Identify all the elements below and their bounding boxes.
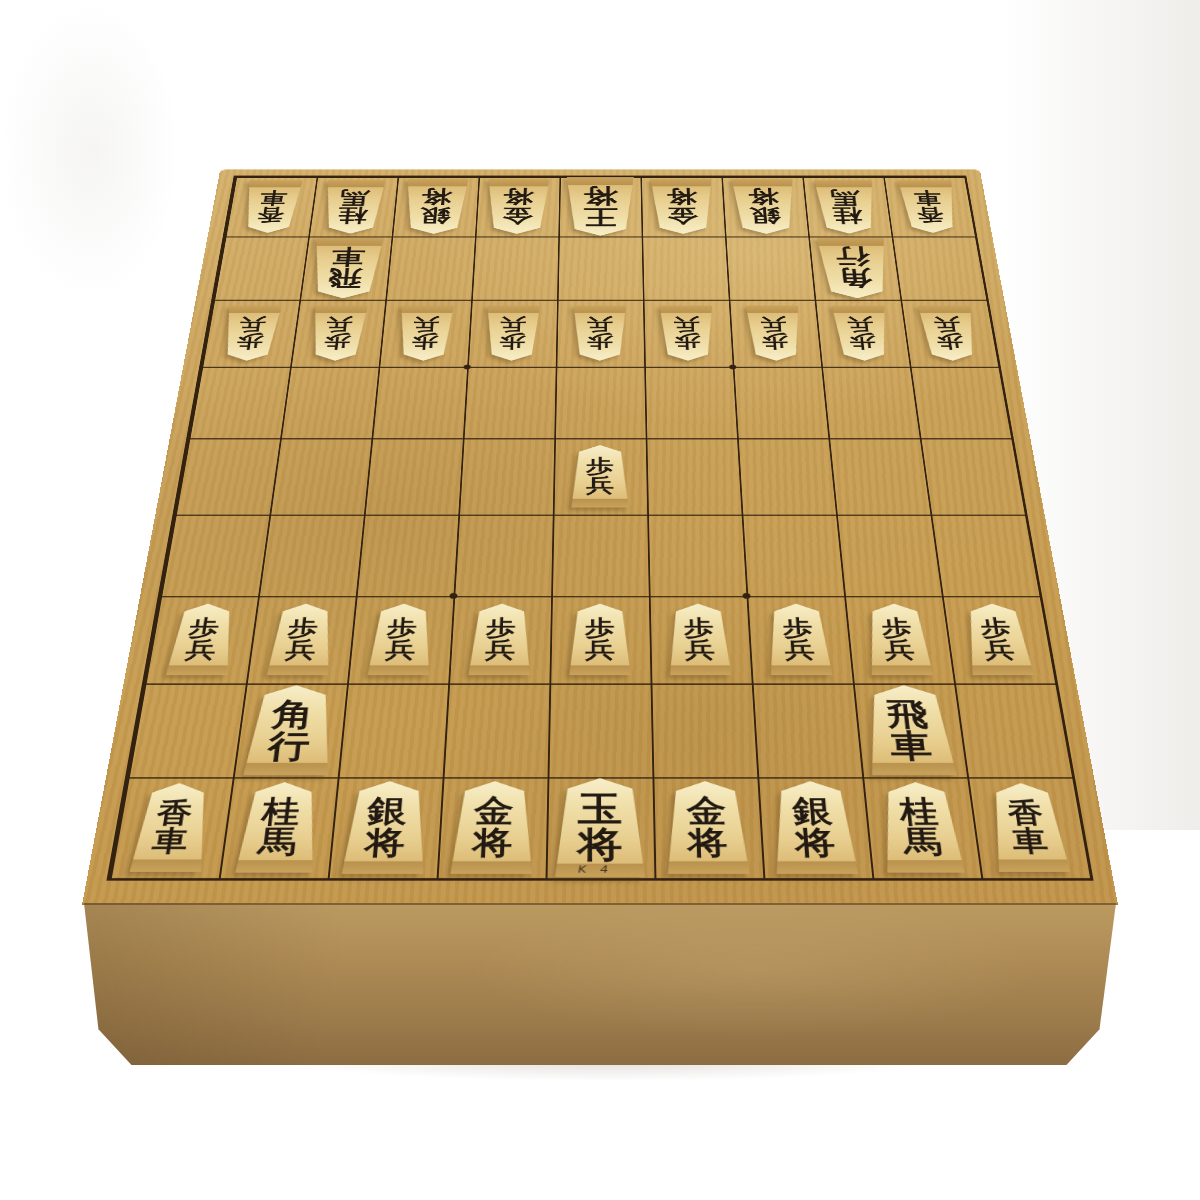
piece-kanji: 王将	[563, 177, 636, 235]
piece-sente-bishop[interactable]: 角行	[240, 685, 339, 775]
cell-5d[interactable]	[554, 367, 645, 438]
piece-sente-pawn[interactable]: 歩兵	[764, 604, 834, 676]
cell-6e[interactable]	[458, 438, 554, 514]
board-scene: 香車桂馬銀将金将王将金将銀将桂馬香車飛車角行歩兵歩兵歩兵歩兵歩兵歩兵歩兵歩兵歩兵…	[82, 169, 1118, 905]
cell-5e[interactable]: 歩兵	[553, 438, 647, 514]
cell-4e[interactable]	[646, 438, 742, 514]
cell-7a[interactable]: 銀将	[392, 177, 479, 237]
cell-2f[interactable]	[836, 515, 942, 597]
piece-gote-rook[interactable]: 飛車	[306, 238, 386, 299]
piece-sente-pawn[interactable]: 歩兵	[366, 604, 436, 676]
cell-9g[interactable]: 歩兵	[145, 596, 258, 683]
cell-9f[interactable]	[160, 515, 269, 597]
board-front-face	[84, 903, 1116, 1065]
cell-2c[interactable]: 歩兵	[815, 300, 910, 367]
cell-2e[interactable]	[828, 438, 930, 514]
cell-8g[interactable]: 歩兵	[246, 596, 356, 683]
piece-kanji: 歩兵	[862, 604, 935, 676]
cell-9i[interactable]: 香車	[110, 777, 233, 878]
cell-3c[interactable]: 歩兵	[729, 300, 822, 367]
piece-kanji: 歩兵	[960, 604, 1036, 676]
piece-kanji: 金将	[663, 781, 752, 874]
cell-2i[interactable]: 桂馬	[862, 777, 981, 878]
cell-6h[interactable]	[443, 683, 550, 777]
cell-9b[interactable]	[214, 236, 309, 299]
piece-sente-pawn[interactable]: 歩兵	[567, 604, 633, 676]
piece-kanji: 香車	[238, 180, 304, 232]
cell-3a[interactable]: 銀将	[721, 177, 808, 237]
cell-3b[interactable]	[725, 236, 815, 299]
cell-4f[interactable]	[647, 515, 746, 597]
piece-sente-king[interactable]: 玉将K4	[552, 778, 648, 877]
cell-6g[interactable]: 歩兵	[448, 596, 551, 683]
cell-4d[interactable]	[644, 367, 737, 438]
piece-kanji: 歩兵	[306, 306, 369, 361]
cell-7i[interactable]: 銀将	[328, 777, 443, 878]
piece-kanji: 金将	[649, 179, 717, 234]
piece-gote-pawn[interactable]: 歩兵	[306, 306, 369, 361]
shogi-board: 香車桂馬銀将金将王将金将銀将桂馬香車飛車角行歩兵歩兵歩兵歩兵歩兵歩兵歩兵歩兵歩兵…	[82, 169, 1118, 905]
piece-gote-gold[interactable]: 金将	[649, 179, 717, 234]
cell-2d[interactable]	[821, 367, 920, 438]
cell-6d[interactable]	[463, 367, 556, 438]
cell-8b[interactable]: 飛車	[300, 236, 392, 299]
piece-gote-pawn[interactable]: 歩兵	[218, 306, 283, 361]
cell-3f[interactable]	[742, 515, 845, 597]
piece-gote-knight[interactable]: 桂馬	[319, 180, 388, 234]
piece-kanji: 歩兵	[164, 604, 240, 676]
cell-7f[interactable]	[356, 515, 459, 597]
piece-kanji: 角行	[240, 685, 339, 775]
cell-7b[interactable]	[385, 236, 475, 299]
cell-8h[interactable]: 角行	[233, 683, 347, 777]
cell-1f[interactable]	[930, 515, 1039, 597]
piece-sente-pawn[interactable]: 歩兵	[666, 604, 733, 676]
piece-sente-silver[interactable]: 銀将	[339, 781, 432, 874]
piece-sente-knight[interactable]: 桂馬	[875, 782, 967, 873]
piece-sente-pawn[interactable]: 歩兵	[164, 604, 240, 676]
cell-2b[interactable]: 角行	[808, 236, 900, 299]
piece-kanji: 香車	[984, 783, 1073, 872]
piece-kanji: 歩兵	[666, 604, 733, 676]
piece-kanji: 歩兵	[483, 306, 542, 361]
piece-gote-pawn[interactable]: 歩兵	[658, 306, 717, 361]
cell-9c[interactable]: 歩兵	[202, 300, 300, 367]
cell-7e[interactable]	[364, 438, 463, 514]
cell-6b[interactable]	[471, 236, 558, 299]
cell-1e[interactable]	[920, 438, 1025, 514]
cell-1d[interactable]	[910, 367, 1011, 438]
cell-9h[interactable]	[128, 683, 246, 777]
piece-kanji: 歩兵	[366, 604, 436, 676]
piece-kanji: 銀将	[730, 179, 800, 234]
piece-sente-gold[interactable]: 金将	[448, 781, 537, 874]
cell-7d[interactable]	[372, 367, 468, 438]
cell-8f[interactable]	[258, 515, 364, 597]
cell-7g[interactable]: 歩兵	[347, 596, 453, 683]
piece-kanji: 歩兵	[830, 306, 893, 361]
piece-kanji: 桂馬	[233, 782, 325, 873]
cell-6i[interactable]: 金将	[437, 777, 548, 878]
piece-kanji: 金将	[483, 179, 551, 234]
shogi-board-grid: 香車桂馬銀将金将王将金将銀将桂馬香車飛車角行歩兵歩兵歩兵歩兵歩兵歩兵歩兵歩兵歩兵…	[106, 176, 1093, 881]
cell-8e[interactable]	[270, 438, 372, 514]
star-point	[742, 593, 750, 599]
piece-kanji: 歩兵	[218, 306, 283, 361]
cell-4c[interactable]: 歩兵	[643, 300, 733, 367]
piece-gote-silver[interactable]: 銀将	[400, 179, 470, 234]
piece-gote-king[interactable]: 王将	[563, 177, 636, 235]
cell-4b[interactable]	[642, 236, 729, 299]
piece-gote-pawn[interactable]: 歩兵	[916, 306, 981, 361]
cell-1h[interactable]	[954, 683, 1072, 777]
piece-kanji: 歩兵	[658, 306, 717, 361]
piece-kanji: 歩兵	[265, 604, 338, 676]
piece-sente-pawn[interactable]: 歩兵	[960, 604, 1036, 676]
cell-1a[interactable]: 香車	[883, 177, 975, 237]
piece-gote-pawn[interactable]: 歩兵	[830, 306, 893, 361]
piece-sente-knight[interactable]: 桂馬	[233, 782, 325, 873]
piece-kanji: 桂馬	[875, 782, 967, 873]
cell-4h[interactable]	[651, 683, 758, 777]
piece-kanji: 歩兵	[744, 306, 805, 361]
piece-kanji: 歩兵	[395, 306, 456, 361]
cell-1i[interactable]: 香車	[967, 777, 1090, 878]
piece-sente-gold[interactable]: 金将	[663, 781, 752, 874]
cell-7c[interactable]: 歩兵	[379, 300, 472, 367]
piece-kanji: 飛車	[306, 238, 386, 299]
cell-3e[interactable]	[737, 438, 836, 514]
cell-3d[interactable]	[733, 367, 829, 438]
piece-gote-knight[interactable]: 桂馬	[812, 180, 881, 234]
piece-sente-lance[interactable]: 香車	[984, 783, 1073, 872]
cell-7h[interactable]	[338, 683, 449, 777]
cell-4a[interactable]: 金将	[640, 177, 725, 237]
piece-kanji: 銀将	[339, 781, 432, 874]
cell-8a[interactable]: 桂馬	[308, 177, 397, 237]
cell-5f[interactable]	[551, 515, 649, 597]
cell-9d[interactable]	[189, 367, 290, 438]
cell-1c[interactable]: 歩兵	[900, 300, 998, 367]
piece-sente-silver[interactable]: 銀将	[768, 781, 861, 874]
star-point	[729, 364, 737, 369]
piece-kanji: 歩兵	[466, 604, 533, 676]
piece-gote-pawn[interactable]: 歩兵	[395, 306, 456, 361]
king-front-mark: K4	[577, 863, 623, 875]
cell-2g[interactable]: 歩兵	[844, 596, 954, 683]
cell-2a[interactable]: 桂馬	[802, 177, 891, 237]
cell-5h[interactable]	[548, 683, 653, 777]
piece-kanji: 香車	[127, 783, 216, 872]
cell-5b[interactable]	[557, 236, 643, 299]
piece-sente-pawn[interactable]: 歩兵	[466, 604, 533, 676]
cell-9a[interactable]: 香車	[225, 177, 317, 237]
cell-5g[interactable]: 歩兵	[549, 596, 650, 683]
piece-gote-pawn[interactable]: 歩兵	[744, 306, 805, 361]
cell-3g[interactable]: 歩兵	[747, 596, 853, 683]
photo-backdrop: 香車桂馬銀将金将王将金将銀将桂馬香車飛車角行歩兵歩兵歩兵歩兵歩兵歩兵歩兵歩兵歩兵…	[0, 0, 1200, 1200]
cell-6a[interactable]: 金将	[475, 177, 560, 237]
piece-gote-silver[interactable]: 銀将	[730, 179, 800, 234]
piece-gote-gold[interactable]: 金将	[483, 179, 551, 234]
piece-kanji: 歩兵	[916, 306, 981, 361]
cell-4g[interactable]: 歩兵	[649, 596, 752, 683]
cell-8c[interactable]: 歩兵	[290, 300, 385, 367]
piece-kanji: 歩兵	[567, 604, 633, 676]
piece-kanji: 香車	[896, 180, 962, 232]
cell-1g[interactable]: 歩兵	[942, 596, 1055, 683]
cell-9e[interactable]	[175, 438, 280, 514]
piece-gote-lance[interactable]: 香車	[896, 180, 962, 232]
piece-sente-pawn[interactable]: 歩兵	[265, 604, 338, 676]
piece-kanji: 歩兵	[569, 445, 630, 508]
cell-3h[interactable]	[752, 683, 863, 777]
cell-5i[interactable]: 玉将K4	[546, 777, 655, 878]
cell-5c[interactable]: 歩兵	[556, 300, 645, 367]
piece-sente-pawn[interactable]: 歩兵	[862, 604, 935, 676]
cell-5a[interactable]: 王将	[558, 177, 641, 237]
cell-6f[interactable]	[453, 515, 552, 597]
piece-kanji: 歩兵	[764, 604, 834, 676]
piece-kanji: 桂馬	[319, 180, 388, 234]
piece-kanji: 角行	[814, 238, 894, 299]
piece-kanji: 歩兵	[571, 306, 628, 361]
cell-1b[interactable]	[892, 236, 987, 299]
cell-2h[interactable]: 飛車	[853, 683, 967, 777]
cell-6c[interactable]: 歩兵	[467, 300, 557, 367]
piece-kanji: 金将	[448, 781, 537, 874]
piece-kanji: 銀将	[768, 781, 861, 874]
piece-sente-lance[interactable]: 香車	[127, 783, 216, 872]
piece-sente-rook[interactable]: 飛車	[860, 685, 959, 775]
cell-8d[interactable]	[280, 367, 379, 438]
piece-kanji: 飛車	[860, 685, 959, 775]
piece-kanji: 桂馬	[812, 180, 881, 234]
piece-gote-pawn[interactable]: 歩兵	[571, 306, 628, 361]
piece-kanji: 玉将K4	[552, 778, 648, 877]
piece-gote-pawn[interactable]: 歩兵	[483, 306, 542, 361]
piece-gote-lance[interactable]: 香車	[238, 180, 304, 232]
piece-gote-bishop[interactable]: 角行	[814, 238, 894, 299]
cell-3i[interactable]: 銀将	[757, 777, 872, 878]
piece-sente-pawn[interactable]: 歩兵	[569, 445, 630, 508]
piece-kanji: 銀将	[400, 179, 470, 234]
cell-8i[interactable]: 桂馬	[219, 777, 338, 878]
cell-4i[interactable]: 金将	[652, 777, 763, 878]
